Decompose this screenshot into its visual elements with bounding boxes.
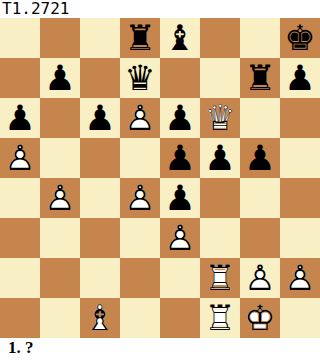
square-b8[interactable] bbox=[40, 18, 80, 58]
square-a4[interactable] bbox=[0, 178, 40, 218]
piece-white-pawn[interactable]: ♟♙ bbox=[120, 98, 160, 138]
square-h5[interactable] bbox=[280, 138, 320, 178]
piece-white-pawn[interactable]: ♟♙ bbox=[160, 218, 200, 258]
square-b2[interactable] bbox=[40, 258, 80, 298]
piece-white-pawn[interactable]: ♟♙ bbox=[280, 258, 320, 298]
piece-black-pawn[interactable]: ♟ bbox=[160, 178, 200, 218]
square-e7[interactable] bbox=[160, 58, 200, 98]
square-f1[interactable]: ♜♖ bbox=[200, 298, 240, 338]
piece-black-pawn[interactable]: ♟ bbox=[240, 138, 280, 178]
square-b4[interactable]: ♟♙ bbox=[40, 178, 80, 218]
square-b5[interactable] bbox=[40, 138, 80, 178]
square-d2[interactable] bbox=[120, 258, 160, 298]
piece-white-pawn[interactable]: ♟♙ bbox=[120, 178, 160, 218]
puzzle-id-title: T1.2721 bbox=[0, 0, 320, 18]
square-h7[interactable]: ♟ bbox=[280, 58, 320, 98]
square-d5[interactable] bbox=[120, 138, 160, 178]
piece-white-rook[interactable]: ♜♖ bbox=[200, 258, 240, 298]
square-h6[interactable] bbox=[280, 98, 320, 138]
square-a3[interactable] bbox=[0, 218, 40, 258]
square-h2[interactable]: ♟♙ bbox=[280, 258, 320, 298]
square-c4[interactable] bbox=[80, 178, 120, 218]
square-g1[interactable]: ♚♔ bbox=[240, 298, 280, 338]
square-f4[interactable] bbox=[200, 178, 240, 218]
piece-white-rook[interactable]: ♜♖ bbox=[200, 298, 240, 338]
square-f5[interactable]: ♟ bbox=[200, 138, 240, 178]
square-e6[interactable]: ♟ bbox=[160, 98, 200, 138]
square-e3[interactable]: ♟♙ bbox=[160, 218, 200, 258]
piece-black-pawn[interactable]: ♟ bbox=[0, 98, 40, 138]
square-b1[interactable] bbox=[40, 298, 80, 338]
piece-black-king[interactable]: ♚ bbox=[280, 18, 320, 58]
piece-white-bishop[interactable]: ♝♗ bbox=[80, 298, 120, 338]
piece-black-pawn[interactable]: ♟ bbox=[160, 98, 200, 138]
square-e4[interactable]: ♟ bbox=[160, 178, 200, 218]
piece-black-pawn[interactable]: ♟ bbox=[40, 58, 80, 98]
square-g6[interactable] bbox=[240, 98, 280, 138]
square-b7[interactable]: ♟ bbox=[40, 58, 80, 98]
piece-white-pawn[interactable]: ♟♙ bbox=[40, 178, 80, 218]
square-a7[interactable] bbox=[0, 58, 40, 98]
square-f7[interactable] bbox=[200, 58, 240, 98]
square-a1[interactable] bbox=[0, 298, 40, 338]
square-g7[interactable]: ♜ bbox=[240, 58, 280, 98]
square-d3[interactable] bbox=[120, 218, 160, 258]
piece-white-pawn[interactable]: ♟♙ bbox=[240, 258, 280, 298]
square-a5[interactable]: ♟♙ bbox=[0, 138, 40, 178]
square-f3[interactable] bbox=[200, 218, 240, 258]
square-c6[interactable]: ♟ bbox=[80, 98, 120, 138]
piece-white-pawn[interactable]: ♟♙ bbox=[0, 138, 40, 178]
square-f2[interactable]: ♜♖ bbox=[200, 258, 240, 298]
move-prompt: 1. ? bbox=[0, 338, 320, 360]
square-g3[interactable] bbox=[240, 218, 280, 258]
square-c1[interactable]: ♝♗ bbox=[80, 298, 120, 338]
square-d1[interactable] bbox=[120, 298, 160, 338]
square-b3[interactable] bbox=[40, 218, 80, 258]
square-g5[interactable]: ♟ bbox=[240, 138, 280, 178]
piece-white-queen[interactable]: ♛♕ bbox=[200, 98, 240, 138]
piece-white-king[interactable]: ♚♔ bbox=[240, 298, 280, 338]
square-h1[interactable] bbox=[280, 298, 320, 338]
square-b6[interactable] bbox=[40, 98, 80, 138]
square-h4[interactable] bbox=[280, 178, 320, 218]
square-c5[interactable] bbox=[80, 138, 120, 178]
piece-black-rook[interactable]: ♜ bbox=[120, 18, 160, 58]
square-e8[interactable]: ♝ bbox=[160, 18, 200, 58]
piece-black-pawn[interactable]: ♟ bbox=[200, 138, 240, 178]
square-f8[interactable] bbox=[200, 18, 240, 58]
square-e2[interactable] bbox=[160, 258, 200, 298]
chess-board: ♜♝♚♟♛♜♟♟♟♟♙♟♛♕♟♙♟♟♟♟♙♟♙♟♟♙♜♖♟♙♟♙♝♗♜♖♚♔ bbox=[0, 18, 320, 338]
square-g2[interactable]: ♟♙ bbox=[240, 258, 280, 298]
square-e5[interactable]: ♟ bbox=[160, 138, 200, 178]
square-g4[interactable] bbox=[240, 178, 280, 218]
square-c8[interactable] bbox=[80, 18, 120, 58]
piece-black-rook[interactable]: ♜ bbox=[240, 58, 280, 98]
square-e1[interactable] bbox=[160, 298, 200, 338]
square-d7[interactable]: ♛ bbox=[120, 58, 160, 98]
piece-black-pawn[interactable]: ♟ bbox=[80, 98, 120, 138]
square-a6[interactable]: ♟ bbox=[0, 98, 40, 138]
piece-black-pawn[interactable]: ♟ bbox=[280, 58, 320, 98]
square-d6[interactable]: ♟♙ bbox=[120, 98, 160, 138]
square-d4[interactable]: ♟♙ bbox=[120, 178, 160, 218]
square-c3[interactable] bbox=[80, 218, 120, 258]
square-g8[interactable] bbox=[240, 18, 280, 58]
square-a2[interactable] bbox=[0, 258, 40, 298]
piece-black-queen[interactable]: ♛ bbox=[120, 58, 160, 98]
square-d8[interactable]: ♜ bbox=[120, 18, 160, 58]
square-a8[interactable] bbox=[0, 18, 40, 58]
square-c7[interactable] bbox=[80, 58, 120, 98]
square-h8[interactable]: ♚ bbox=[280, 18, 320, 58]
square-h3[interactable] bbox=[280, 218, 320, 258]
square-f6[interactable]: ♛♕ bbox=[200, 98, 240, 138]
piece-black-pawn[interactable]: ♟ bbox=[160, 138, 200, 178]
piece-black-bishop[interactable]: ♝ bbox=[160, 18, 200, 58]
square-c2[interactable] bbox=[80, 258, 120, 298]
